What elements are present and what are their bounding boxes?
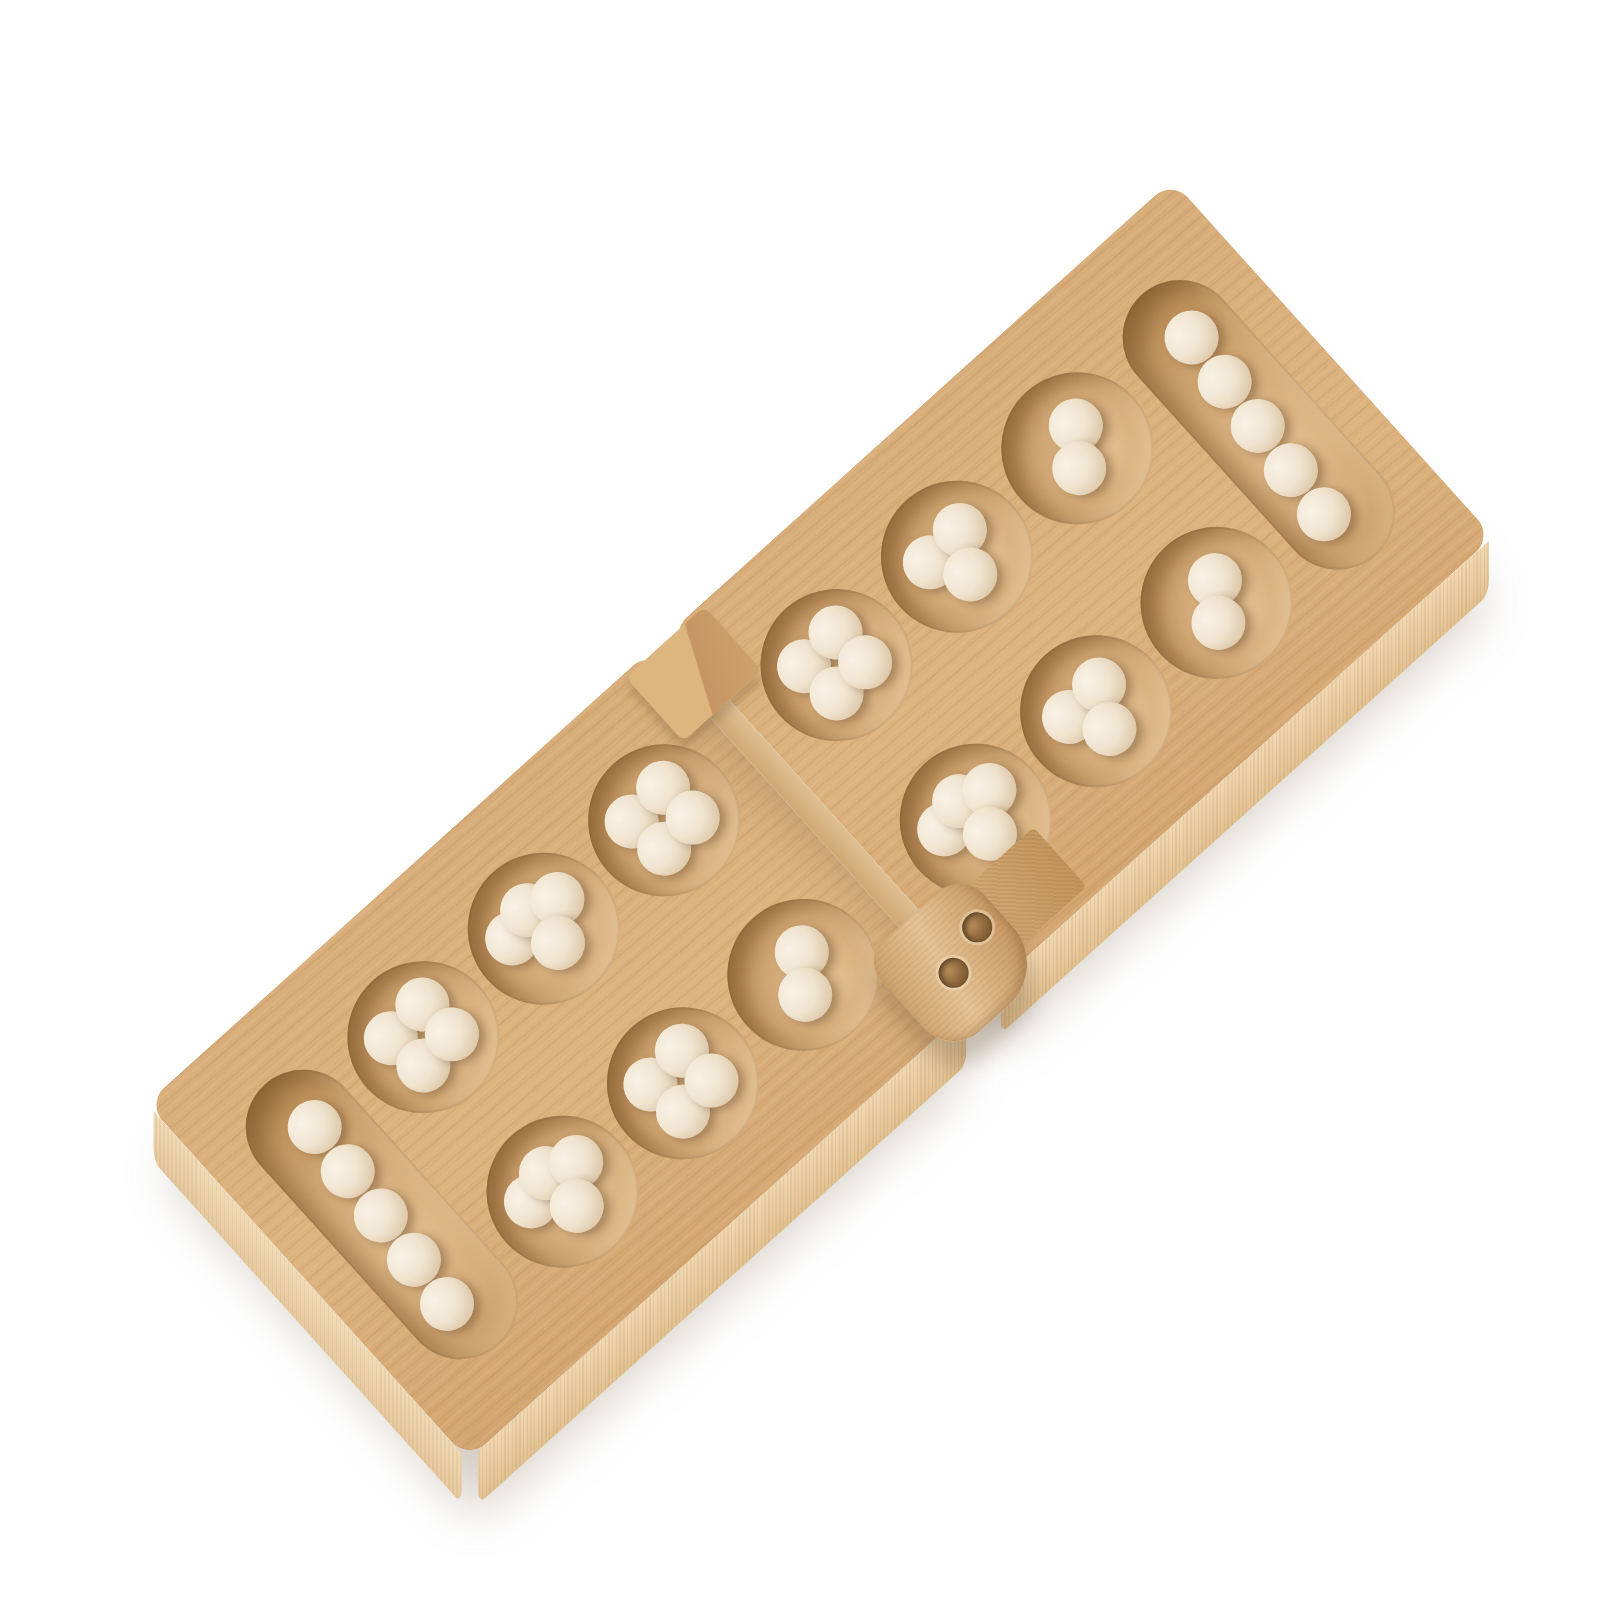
hinge-hole-icon (956, 906, 998, 948)
scene (0, 0, 1600, 1600)
mancala-board (147, 180, 1494, 1460)
seed (1041, 430, 1117, 506)
seed (767, 957, 843, 1033)
seed (1180, 585, 1256, 661)
hinge-hole-icon (932, 952, 974, 994)
